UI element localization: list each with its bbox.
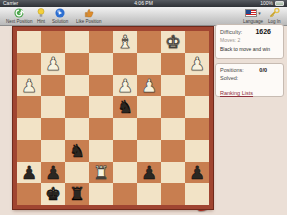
square-e4[interactable] — [89, 96, 113, 118]
stats-card: Positions: 0/0 Solved: Ranking Lists — [215, 63, 284, 97]
square-a4[interactable] — [185, 96, 209, 118]
solved-label: Solved: — [220, 75, 238, 81]
square-g2[interactable]: ♟ — [41, 53, 65, 75]
square-c1[interactable] — [137, 31, 161, 53]
square-a2[interactable]: ♟ — [185, 53, 209, 75]
white-pawn[interactable]: ♟ — [185, 53, 209, 75]
square-c2[interactable] — [137, 53, 161, 75]
login-key-icon — [269, 8, 280, 18]
square-f8[interactable]: ♜ — [65, 183, 89, 205]
solution-sphere-icon — [55, 8, 65, 18]
square-h2[interactable] — [17, 53, 41, 75]
square-b2[interactable] — [161, 53, 185, 75]
square-h3[interactable]: ♟ — [17, 75, 41, 97]
next-position-button[interactable]: Next Position — [6, 8, 33, 25]
white-pawn[interactable]: ♟ — [113, 75, 137, 97]
square-h1[interactable] — [17, 31, 41, 53]
square-d1[interactable]: ♝ — [113, 31, 137, 53]
like-position-button[interactable]: Like Position — [76, 8, 102, 25]
square-d6[interactable] — [113, 140, 137, 162]
square-g7[interactable]: ♟ — [41, 162, 65, 184]
language-button[interactable]: ▾ Language — [243, 8, 263, 25]
positions-label: Positions: — [220, 67, 244, 73]
square-d5[interactable] — [113, 118, 137, 140]
square-d2[interactable] — [113, 53, 137, 75]
square-h6[interactable] — [17, 140, 41, 162]
square-c6[interactable] — [137, 140, 161, 162]
next-position-refresh-icon — [14, 8, 24, 18]
status-bar: Carrier 4:06 PM 100% — [0, 0, 287, 7]
square-d3[interactable]: ♟ — [113, 75, 137, 97]
chevron-down-icon: ▾ — [258, 10, 261, 16]
white-rook[interactable]: ♜ — [89, 162, 113, 184]
square-g1[interactable] — [41, 31, 65, 53]
square-h7[interactable]: ♟ — [17, 162, 41, 184]
square-a7[interactable]: ♟ — [185, 162, 209, 184]
like-thumbs-up-icon — [84, 8, 94, 18]
square-e3[interactable] — [89, 75, 113, 97]
next-position-label: Next Position — [6, 19, 33, 24]
like-position-label: Like Position — [76, 19, 102, 24]
white-bishop[interactable]: ♝ — [113, 31, 137, 53]
square-g5[interactable] — [41, 118, 65, 140]
square-d4[interactable]: ♞ — [113, 96, 137, 118]
square-f6[interactable]: ♞ — [65, 140, 89, 162]
square-e8[interactable] — [89, 183, 113, 205]
solution-label: Solution — [52, 19, 68, 24]
square-h8[interactable] — [17, 183, 41, 205]
square-f5[interactable] — [65, 118, 89, 140]
square-e2[interactable] — [89, 53, 113, 75]
square-f4[interactable] — [65, 96, 89, 118]
square-g4[interactable] — [41, 96, 65, 118]
clock: 4:06 PM — [0, 0, 287, 7]
square-f7[interactable] — [65, 162, 89, 184]
square-c3[interactable]: ♟ — [137, 75, 161, 97]
chess-board[interactable]: ♝♚♟♟♟♟♟♞♞♟♟♜♟♟♚♜ — [17, 31, 209, 205]
ranking-lists-link[interactable]: Ranking Lists — [220, 90, 253, 96]
square-b3[interactable] — [161, 75, 185, 97]
positions-value: 0/0 — [259, 67, 267, 73]
square-a6[interactable] — [185, 140, 209, 162]
square-b1[interactable]: ♚ — [161, 31, 185, 53]
square-b5[interactable] — [161, 118, 185, 140]
black-pawn[interactable]: ♟ — [185, 162, 209, 184]
black-pawn[interactable]: ♟ — [17, 162, 41, 184]
white-king[interactable]: ♚ — [161, 31, 185, 53]
difficulty-value: 1626 — [255, 28, 271, 35]
square-c7[interactable]: ♟ — [137, 162, 161, 184]
chess-board-frame: ♝♚♟♟♟♟♟♞♞♟♟♜♟♟♚♜ — [13, 27, 213, 209]
square-a3[interactable] — [185, 75, 209, 97]
white-pawn[interactable]: ♟ — [17, 75, 41, 97]
login-button[interactable]: Log In — [268, 8, 281, 25]
hint-button[interactable]: Hint — [37, 8, 45, 25]
black-rook[interactable]: ♜ — [65, 183, 89, 205]
square-h5[interactable] — [17, 118, 41, 140]
square-c4[interactable] — [137, 96, 161, 118]
square-b8[interactable] — [161, 183, 185, 205]
puzzle-info-card: Difficulty: 1626 Moves: 2 Black to move … — [215, 24, 284, 59]
white-pawn[interactable]: ♟ — [137, 75, 161, 97]
square-f2[interactable] — [65, 53, 89, 75]
black-king[interactable]: ♚ — [41, 183, 65, 205]
black-pawn[interactable]: ♟ — [137, 162, 161, 184]
square-a1[interactable] — [185, 31, 209, 53]
white-pawn[interactable]: ♟ — [41, 53, 65, 75]
hint-lightbulb-icon — [37, 8, 45, 18]
square-e1[interactable] — [89, 31, 113, 53]
square-e5[interactable] — [89, 118, 113, 140]
square-d7[interactable] — [113, 162, 137, 184]
square-a5[interactable] — [185, 118, 209, 140]
square-b4[interactable] — [161, 96, 185, 118]
solution-button[interactable]: Solution — [52, 8, 68, 25]
square-g6[interactable] — [41, 140, 65, 162]
square-g8[interactable]: ♚ — [41, 183, 65, 205]
square-c5[interactable] — [137, 118, 161, 140]
square-b7[interactable] — [161, 162, 185, 184]
task-text: Black to move and win — [220, 46, 279, 52]
difficulty-label: Difficulty: — [220, 29, 242, 35]
square-f1[interactable] — [65, 31, 89, 53]
square-h4[interactable] — [17, 96, 41, 118]
square-a8[interactable] — [185, 183, 209, 205]
square-b6[interactable] — [161, 140, 185, 162]
moves-count: Moves: 2 — [220, 37, 279, 43]
hint-label: Hint — [37, 19, 45, 24]
square-g3[interactable] — [41, 75, 65, 97]
square-e6[interactable] — [89, 140, 113, 162]
black-knight[interactable]: ♞ — [65, 140, 89, 162]
black-knight[interactable]: ♞ — [113, 96, 137, 118]
black-pawn[interactable]: ♟ — [41, 162, 65, 184]
square-c8[interactable] — [137, 183, 161, 205]
square-d8[interactable] — [113, 183, 137, 205]
us-flag-icon: ▾ — [245, 8, 261, 18]
square-f3[interactable] — [65, 75, 89, 97]
square-e7[interactable]: ♜ — [89, 162, 113, 184]
